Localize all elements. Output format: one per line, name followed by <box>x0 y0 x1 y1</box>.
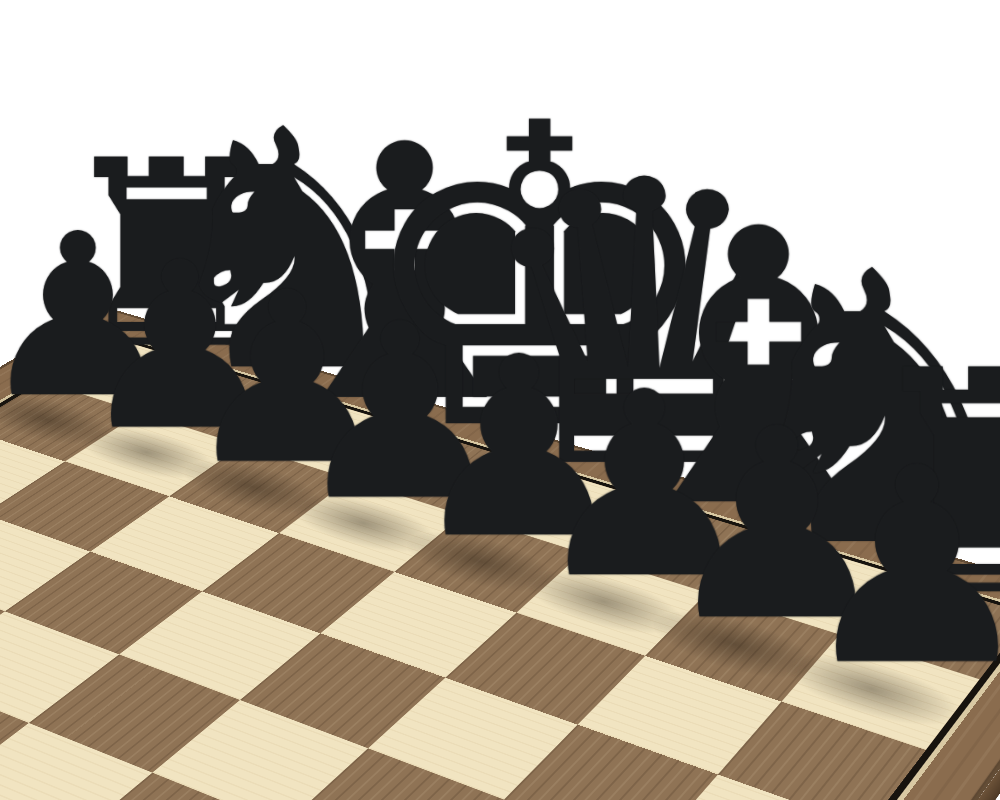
black-pawn-d7: ♟ <box>408 324 546 573</box>
board-tilt-plane: ♜♞♝♚♛♝♞♜♟♟♟♟♟♟♟♟ <box>0 306 1000 800</box>
black-pawn-a7: ♟ <box>796 432 946 702</box>
black-pawn-e7: ♟ <box>292 292 427 534</box>
square-d4 <box>152 700 368 800</box>
square-f5 <box>5 552 202 655</box>
playing-area: ♜♞♝♚♛♝♞♜♟♟♟♟♟♟♟♟ <box>0 338 1000 800</box>
chess-board: ♜♞♝♚♛♝♞♜♟♟♟♟♟♟♟♟ <box>0 306 1000 800</box>
black-pawn-c7: ♟ <box>530 358 672 614</box>
product-photo: ♜♞♝♚♛♝♞♜♟♟♟♟♟♟♟♟ <box>0 0 1000 800</box>
black-pawn-b7: ♟ <box>659 394 805 657</box>
